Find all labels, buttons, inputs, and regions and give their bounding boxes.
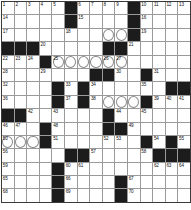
cell-r9c6[interactable] xyxy=(65,109,77,121)
crossword-grid: 1234567891011121314151617181920212223242… xyxy=(1,1,191,203)
cell-r15c3[interactable] xyxy=(27,189,39,201)
cell-r10c14[interactable] xyxy=(166,123,178,135)
cell-r12c3[interactable] xyxy=(27,149,39,161)
cell-r1c5[interactable]: 5 xyxy=(52,2,64,14)
clue-number-44: 44 xyxy=(116,109,121,114)
cell-r3c3[interactable] xyxy=(27,29,39,41)
block-cell-r6c8 xyxy=(90,69,102,81)
clue-number-8: 8 xyxy=(104,2,106,7)
clue-number-50: 50 xyxy=(3,136,8,141)
block-cell-r5c4 xyxy=(40,56,52,68)
cell-r10c2[interactable]: 47 xyxy=(15,123,27,135)
cell-r9c7[interactable] xyxy=(78,109,90,121)
cell-r12c4[interactable] xyxy=(40,149,52,161)
cell-r6c11[interactable] xyxy=(128,69,140,81)
clue-number-21: 21 xyxy=(129,42,134,47)
cell-r1c4[interactable]: 4 xyxy=(40,2,52,14)
clue-number-35: 35 xyxy=(141,82,146,87)
clue-number-29: 29 xyxy=(41,69,46,74)
block-cell-r11c4 xyxy=(40,136,52,148)
block-cell-r9c2 xyxy=(15,109,27,121)
clue-number-46: 46 xyxy=(3,123,8,128)
clue-number-2: 2 xyxy=(15,2,17,7)
cell-r11c3[interactable] xyxy=(27,136,39,148)
cell-r15c9[interactable] xyxy=(103,189,115,201)
cell-r2c9[interactable] xyxy=(103,15,115,27)
cell-r11c7[interactable] xyxy=(78,136,90,148)
block-cell-r12c15 xyxy=(178,149,190,161)
cell-r9c4[interactable] xyxy=(40,109,52,121)
clue-number-70: 70 xyxy=(129,189,134,194)
block-cell-r14c10 xyxy=(115,176,127,188)
theme-circle-r5c7 xyxy=(78,56,89,68)
cell-r2c14[interactable] xyxy=(166,15,178,27)
cell-r2c2[interactable] xyxy=(15,15,27,27)
cell-r1c3[interactable]: 3 xyxy=(27,2,39,14)
cell-r6c13[interactable]: 31 xyxy=(153,69,165,81)
cell-r14c14[interactable] xyxy=(166,176,178,188)
block-cell-r4c1 xyxy=(2,42,14,54)
crossword-board: 1234567891011121314151617181920212223242… xyxy=(0,0,191,204)
cell-r9c14[interactable] xyxy=(166,109,178,121)
cell-r4c14[interactable] xyxy=(166,42,178,54)
theme-circle-r8c10 xyxy=(116,96,127,108)
cell-r8c10[interactable] xyxy=(115,96,127,108)
cell-r7c2[interactable] xyxy=(15,82,27,94)
cell-r11c15[interactable]: 55 xyxy=(178,136,190,148)
cell-r2c7[interactable]: 15 xyxy=(78,15,90,27)
cell-r6c1[interactable]: 28 xyxy=(2,69,14,81)
cell-r3c2[interactable] xyxy=(15,29,27,41)
cell-r4c4[interactable]: 20 xyxy=(40,42,52,54)
clue-number-7: 7 xyxy=(91,2,93,7)
clue-number-57: 57 xyxy=(91,149,96,154)
cell-r7c9[interactable] xyxy=(103,82,115,94)
clue-number-43: 43 xyxy=(53,109,58,114)
cell-r15c15[interactable] xyxy=(178,189,190,201)
cell-r1c7[interactable]: 6 xyxy=(78,2,90,14)
clue-number-42: 42 xyxy=(28,109,33,114)
clue-number-27: 27 xyxy=(116,56,121,61)
cell-r15c1[interactable]: 68 xyxy=(2,189,14,201)
cell-r5c2[interactable]: 23 xyxy=(15,56,27,68)
cell-r13c10[interactable] xyxy=(115,163,127,175)
cell-r14c9[interactable] xyxy=(103,176,115,188)
cell-r8c2[interactable] xyxy=(15,96,27,108)
cell-r3c1[interactable]: 17 xyxy=(2,29,14,41)
cell-r7c1[interactable]: 32 xyxy=(2,82,14,94)
cell-r14c15[interactable] xyxy=(178,176,190,188)
cell-r3c5[interactable] xyxy=(52,29,64,41)
block-cell-r2c11 xyxy=(128,15,140,27)
cell-r9c5[interactable]: 43 xyxy=(52,109,64,121)
cell-r2c4[interactable] xyxy=(40,15,52,27)
cell-r5c15[interactable] xyxy=(178,56,190,68)
cell-r8c4[interactable] xyxy=(40,96,52,108)
cell-r10c6[interactable] xyxy=(65,123,77,135)
clue-number-49: 49 xyxy=(129,123,134,128)
clue-number-39: 39 xyxy=(154,96,159,101)
cell-r11c1[interactable]: 50 xyxy=(2,136,14,148)
clue-number-47: 47 xyxy=(15,123,20,128)
cell-r1c10[interactable]: 9 xyxy=(115,2,127,14)
clue-number-38: 38 xyxy=(91,96,96,101)
clue-number-22: 22 xyxy=(3,56,8,61)
cell-r10c12[interactable] xyxy=(141,123,153,135)
block-cell-r8c5 xyxy=(52,96,64,108)
block-cell-r9c1 xyxy=(2,109,14,121)
cell-r2c1[interactable]: 14 xyxy=(2,15,14,27)
cell-r2c15[interactable] xyxy=(178,15,190,27)
clue-number-13: 13 xyxy=(179,2,184,7)
cell-r1c2[interactable]: 2 xyxy=(15,2,27,14)
block-cell-r4c10 xyxy=(115,42,127,54)
clue-number-11: 11 xyxy=(154,2,158,7)
cell-r6c4[interactable]: 29 xyxy=(40,69,52,81)
block-cell-r15c10 xyxy=(115,189,127,201)
cell-r4c8[interactable] xyxy=(90,42,102,54)
cell-r4c7[interactable] xyxy=(78,42,90,54)
cell-r9c13[interactable] xyxy=(153,109,165,121)
cell-r4c12[interactable] xyxy=(141,42,153,54)
cell-r1c14[interactable]: 12 xyxy=(166,2,178,14)
block-cell-r1c11 xyxy=(128,2,140,14)
cell-r11c13[interactable]: 54 xyxy=(153,136,165,148)
cell-r14c7[interactable] xyxy=(78,176,90,188)
clue-number-16: 16 xyxy=(141,15,146,20)
clue-number-4: 4 xyxy=(41,2,43,7)
cell-r6c14[interactable] xyxy=(166,69,178,81)
cell-r12c1[interactable]: 56 xyxy=(2,149,14,161)
clue-number-17: 17 xyxy=(3,29,8,34)
cell-r11c9[interactable]: 52 xyxy=(103,136,115,148)
cell-r8c11[interactable] xyxy=(128,96,140,108)
cell-r4c11[interactable]: 21 xyxy=(128,42,140,54)
cell-r8c14[interactable]: 40 xyxy=(166,96,178,108)
cell-r13c8[interactable] xyxy=(90,163,102,175)
cell-r8c8[interactable]: 38 xyxy=(90,96,102,108)
clue-number-23: 23 xyxy=(15,56,20,61)
cell-r12c11[interactable] xyxy=(128,149,140,161)
cell-r7c12[interactable]: 35 xyxy=(141,82,153,94)
cell-r3c7[interactable] xyxy=(78,29,90,41)
cell-r13c11[interactable] xyxy=(128,163,140,175)
cell-r5c13[interactable] xyxy=(153,56,165,68)
cell-r13c6[interactable]: 60 xyxy=(65,163,77,175)
cell-r15c13[interactable] xyxy=(153,189,165,201)
block-cell-r9c9 xyxy=(103,109,115,121)
cell-r2c8[interactable] xyxy=(90,15,102,27)
cell-r5c11[interactable] xyxy=(128,56,140,68)
clue-number-59: 59 xyxy=(3,163,8,168)
cell-r5c10[interactable]: 27 xyxy=(115,56,127,68)
cell-r13c3[interactable] xyxy=(27,163,39,175)
cell-r15c7[interactable] xyxy=(78,189,90,201)
clue-number-60: 60 xyxy=(66,163,71,168)
clue-number-58: 58 xyxy=(141,149,146,154)
clue-number-15: 15 xyxy=(78,15,83,20)
cell-r15c4[interactable] xyxy=(40,189,52,201)
cell-r12c2[interactable] xyxy=(15,149,27,161)
cell-r7c10[interactable] xyxy=(115,82,127,94)
block-cell-r10c4 xyxy=(40,123,52,135)
cell-r8c13[interactable]: 39 xyxy=(153,96,165,108)
cell-r5c1[interactable]: 22 xyxy=(2,56,14,68)
block-cell-r11c12 xyxy=(141,136,153,148)
clue-number-62: 62 xyxy=(154,163,159,168)
cell-r14c4[interactable] xyxy=(40,176,52,188)
cell-r9c15[interactable] xyxy=(178,109,190,121)
cell-r2c13[interactable] xyxy=(153,15,165,27)
cell-r2c3[interactable] xyxy=(27,15,39,27)
theme-circle-r8c11 xyxy=(128,96,139,108)
clue-number-28: 28 xyxy=(3,69,8,74)
cell-r15c2[interactable] xyxy=(15,189,27,201)
theme-circle-r8c9 xyxy=(103,96,114,108)
cell-r5c8[interactable] xyxy=(90,56,102,68)
cell-r6c6[interactable] xyxy=(65,69,77,81)
clue-number-45: 45 xyxy=(141,109,146,114)
clue-number-3: 3 xyxy=(28,2,30,7)
cell-r11c6[interactable] xyxy=(65,136,77,148)
cell-r2c5[interactable] xyxy=(52,15,64,27)
clue-number-41: 41 xyxy=(179,96,184,101)
cell-r9c12[interactable]: 45 xyxy=(141,109,153,121)
cell-r7c4[interactable] xyxy=(40,82,52,94)
cell-r13c2[interactable] xyxy=(15,163,27,175)
cell-r9c11[interactable] xyxy=(128,109,140,121)
clue-number-26: 26 xyxy=(104,56,109,61)
clue-number-14: 14 xyxy=(3,15,8,20)
block-cell-r10c9 xyxy=(103,123,115,135)
cell-r12c8[interactable]: 57 xyxy=(90,149,102,161)
cell-r7c13[interactable] xyxy=(153,82,165,94)
block-cell-r14c5 xyxy=(52,176,64,188)
cell-r5c6[interactable] xyxy=(65,56,77,68)
clue-number-52: 52 xyxy=(104,136,109,141)
clue-number-61: 61 xyxy=(78,163,83,168)
block-cell-r4c9 xyxy=(103,42,115,54)
clue-number-5: 5 xyxy=(53,2,55,7)
cell-r10c5[interactable]: 48 xyxy=(52,123,64,135)
cell-r15c14[interactable] xyxy=(166,189,178,201)
cell-r12c5[interactable] xyxy=(52,149,64,161)
cell-r10c11[interactable]: 49 xyxy=(128,123,140,135)
cell-r14c1[interactable]: 65 xyxy=(2,176,14,188)
clue-number-1: 1 xyxy=(3,2,5,7)
block-cell-r3c11 xyxy=(128,29,140,41)
cell-r6c5[interactable] xyxy=(52,69,64,81)
clue-number-54: 54 xyxy=(154,136,159,141)
cell-r15c8[interactable] xyxy=(90,189,102,201)
cell-r5c5[interactable]: 25 xyxy=(52,56,64,68)
cell-r6c10[interactable]: 30 xyxy=(115,69,127,81)
clue-number-67: 67 xyxy=(129,176,134,181)
cell-r9c8[interactable] xyxy=(90,109,102,121)
theme-circle-r11c3 xyxy=(27,136,38,148)
cell-r12c9[interactable] xyxy=(103,149,115,161)
clue-number-9: 9 xyxy=(116,2,118,7)
cell-r3c9[interactable] xyxy=(103,29,115,41)
cell-r13c4[interactable] xyxy=(40,163,52,175)
cell-r10c15[interactable] xyxy=(178,123,190,135)
cell-r4c13[interactable] xyxy=(153,42,165,54)
block-cell-r7c7 xyxy=(78,82,90,94)
cell-r1c8[interactable]: 7 xyxy=(90,2,102,14)
cell-r11c8[interactable] xyxy=(90,136,102,148)
cell-r11c10[interactable]: 53 xyxy=(115,136,127,148)
cell-r1c13[interactable]: 11 xyxy=(153,2,165,14)
block-cell-r1c6 xyxy=(65,2,77,14)
clue-number-36: 36 xyxy=(3,96,8,101)
cell-r8c6[interactable]: 37 xyxy=(65,96,77,108)
theme-circle-r3c10 xyxy=(116,29,127,41)
cell-r3c12[interactable]: 19 xyxy=(141,29,153,41)
cell-r5c9[interactable]: 26 xyxy=(103,56,115,68)
cell-r3c13[interactable] xyxy=(153,29,165,41)
block-cell-r13c5 xyxy=(52,163,64,175)
clue-number-24: 24 xyxy=(28,56,33,61)
clue-number-6: 6 xyxy=(78,2,80,7)
cell-r5c14[interactable] xyxy=(166,56,178,68)
clue-number-30: 30 xyxy=(116,69,121,74)
block-cell-r15c5 xyxy=(52,189,64,201)
clue-number-10: 10 xyxy=(141,2,146,7)
cell-r11c11[interactable] xyxy=(128,136,140,148)
cell-r10c7[interactable] xyxy=(78,123,90,135)
clue-number-25: 25 xyxy=(53,56,58,61)
clue-number-69: 69 xyxy=(66,189,71,194)
cell-r4c5[interactable] xyxy=(52,42,64,54)
cell-r13c14[interactable]: 63 xyxy=(166,163,178,175)
cell-r3c10[interactable] xyxy=(115,29,127,41)
clue-number-20: 20 xyxy=(41,42,46,47)
block-cell-r12c13 xyxy=(153,149,165,161)
cell-r4c15[interactable] xyxy=(178,42,190,54)
cell-r3c4[interactable] xyxy=(40,29,52,41)
cell-r7c6[interactable]: 33 xyxy=(65,82,77,94)
cell-r15c12[interactable] xyxy=(141,189,153,201)
cell-r14c6[interactable]: 66 xyxy=(65,176,77,188)
clue-number-31: 31 xyxy=(154,69,159,74)
clue-number-53: 53 xyxy=(116,136,121,141)
block-cell-r4c2 xyxy=(15,42,27,54)
cell-r13c9[interactable] xyxy=(103,163,115,175)
cell-r1c1[interactable]: 1 xyxy=(2,2,14,14)
cell-r13c7[interactable]: 61 xyxy=(78,163,90,175)
clue-number-65: 65 xyxy=(3,176,8,181)
clue-number-55: 55 xyxy=(179,136,184,141)
block-cell-r7c15 xyxy=(178,82,190,94)
cell-r15c11[interactable]: 70 xyxy=(128,189,140,201)
cell-r14c8[interactable] xyxy=(90,176,102,188)
cell-r10c8[interactable] xyxy=(90,123,102,135)
theme-circle-r3c9 xyxy=(103,29,114,41)
cell-r11c2[interactable] xyxy=(15,136,27,148)
clue-number-48: 48 xyxy=(53,123,58,128)
clue-number-63: 63 xyxy=(167,163,172,168)
cell-r13c15[interactable]: 64 xyxy=(178,163,190,175)
block-cell-r11c14 xyxy=(166,136,178,148)
cell-r1c15[interactable]: 13 xyxy=(178,2,190,14)
cell-r7c3[interactable] xyxy=(27,82,39,94)
clue-number-32: 32 xyxy=(3,82,8,87)
block-cell-r7c14 xyxy=(166,82,178,94)
cell-r4c6[interactable] xyxy=(65,42,77,54)
cell-r2c12[interactable]: 16 xyxy=(141,15,153,27)
cell-r14c12[interactable] xyxy=(141,176,153,188)
clue-number-12: 12 xyxy=(167,2,172,7)
cell-r13c13[interactable]: 62 xyxy=(153,163,165,175)
cell-r13c1[interactable]: 59 xyxy=(2,163,14,175)
block-cell-r12c6 xyxy=(65,149,77,161)
cell-r9c10[interactable]: 44 xyxy=(115,109,127,121)
cell-r5c12[interactable] xyxy=(141,56,153,68)
cell-r3c14[interactable] xyxy=(166,29,178,41)
clue-number-51: 51 xyxy=(53,136,58,141)
cell-r6c15[interactable] xyxy=(178,69,190,81)
theme-circle-r5c6 xyxy=(65,56,76,68)
cell-r1c12[interactable]: 10 xyxy=(141,2,153,14)
clue-number-64: 64 xyxy=(179,163,184,168)
block-cell-r6c9 xyxy=(103,69,115,81)
cell-r1c9[interactable]: 8 xyxy=(103,2,115,14)
cell-r2c10[interactable] xyxy=(115,15,127,27)
cell-r15c6[interactable]: 69 xyxy=(65,189,77,201)
cell-r13c12[interactable] xyxy=(141,163,153,175)
cell-r5c3[interactable]: 24 xyxy=(27,56,39,68)
block-cell-r2c6 xyxy=(65,15,77,27)
block-cell-r10c10 xyxy=(115,123,127,135)
cell-r8c3[interactable] xyxy=(27,96,39,108)
cell-r14c2[interactable] xyxy=(15,176,27,188)
cell-r12c12[interactable]: 58 xyxy=(141,149,153,161)
block-cell-r8c12 xyxy=(141,96,153,108)
cell-r3c15[interactable] xyxy=(178,29,190,41)
cell-r10c3[interactable] xyxy=(27,123,39,135)
cell-r14c3[interactable] xyxy=(27,176,39,188)
clue-number-18: 18 xyxy=(66,29,71,34)
cell-r10c13[interactable] xyxy=(153,123,165,135)
block-cell-r12c14 xyxy=(166,149,178,161)
clue-number-33: 33 xyxy=(66,82,71,87)
cell-r10c1[interactable]: 46 xyxy=(2,123,14,135)
cell-r7c8[interactable]: 34 xyxy=(90,82,102,94)
cell-r3c6[interactable]: 18 xyxy=(65,29,77,41)
cell-r8c9[interactable] xyxy=(103,96,115,108)
block-cell-r4c3 xyxy=(27,42,39,54)
clue-number-19: 19 xyxy=(141,29,146,34)
cell-r8c1[interactable]: 36 xyxy=(2,96,14,108)
cell-r7c11[interactable] xyxy=(128,82,140,94)
cell-r6c7[interactable] xyxy=(78,69,90,81)
clue-number-40: 40 xyxy=(167,96,172,101)
cell-r6c3[interactable] xyxy=(27,69,39,81)
cell-r14c11[interactable]: 67 xyxy=(128,176,140,188)
cell-r9c3[interactable]: 42 xyxy=(27,109,39,121)
clue-number-56: 56 xyxy=(3,149,8,154)
cell-r11c5[interactable]: 51 xyxy=(52,136,64,148)
cell-r8c15[interactable]: 41 xyxy=(178,96,190,108)
block-cell-r12c7 xyxy=(78,149,90,161)
cell-r6c2[interactable] xyxy=(15,69,27,81)
cell-r14c13[interactable] xyxy=(153,176,165,188)
cell-r12c10[interactable] xyxy=(115,149,127,161)
cell-r5c7[interactable] xyxy=(78,56,90,68)
cell-r3c8[interactable] xyxy=(90,29,102,41)
theme-circle-r11c2 xyxy=(15,136,26,148)
clue-number-37: 37 xyxy=(66,96,71,101)
